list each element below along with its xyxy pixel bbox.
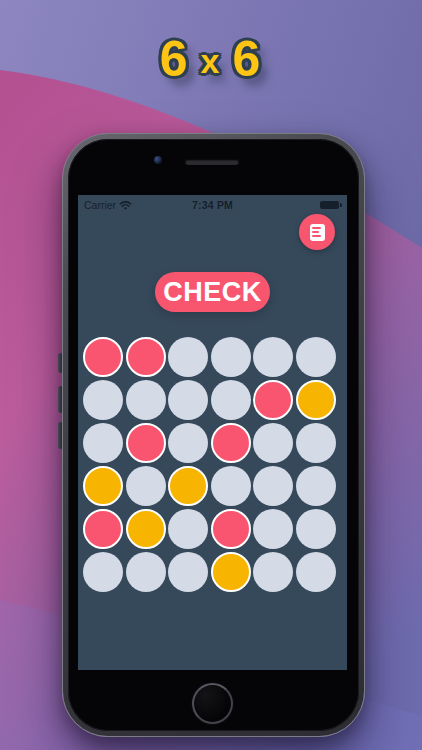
board-cell-r6c5[interactable] (253, 552, 293, 592)
app-screenshot: 6x6 Carrier 7:34 PM (0, 0, 422, 750)
battery-icon (320, 201, 339, 210)
board-cell-r6c3[interactable] (168, 552, 208, 592)
board-cell-r2c3[interactable] (168, 380, 208, 420)
board-cell-r1c6[interactable] (296, 337, 336, 377)
list-note-icon (310, 224, 325, 241)
board-cell-r4c5[interactable] (253, 466, 293, 506)
status-left: Carrier (84, 199, 132, 211)
carrier-label: Carrier (84, 199, 116, 211)
check-button[interactable]: CHECK (155, 272, 270, 312)
rules-menu-button[interactable] (299, 214, 335, 250)
board-cell-r2c5[interactable] (253, 380, 293, 420)
board-cell-r6c2[interactable] (126, 552, 166, 592)
board-cell-r5c6[interactable] (296, 509, 336, 549)
board-cell-r6c6[interactable] (296, 552, 336, 592)
board-cell-r3c3[interactable] (168, 423, 208, 463)
title-right: 6 (232, 31, 262, 87)
board-cell-r5c2[interactable] (126, 509, 166, 549)
board-cell-r1c2[interactable] (126, 337, 166, 377)
board-cell-r2c6[interactable] (296, 380, 336, 420)
board-cell-r1c1[interactable] (83, 337, 123, 377)
board-cell-r1c5[interactable] (253, 337, 293, 377)
board-cell-r4c1[interactable] (83, 466, 123, 506)
board-cell-r3c4[interactable] (211, 423, 251, 463)
board-cell-r3c5[interactable] (253, 423, 293, 463)
status-bar: Carrier 7:34 PM (78, 195, 347, 215)
phone-bezel: Carrier 7:34 PM CHECK (68, 139, 359, 731)
board-cell-r5c5[interactable] (253, 509, 293, 549)
board-cell-r2c2[interactable] (126, 380, 166, 420)
board-cell-r6c1[interactable] (83, 552, 123, 592)
board-cell-r1c4[interactable] (211, 337, 251, 377)
board-cell-r4c6[interactable] (296, 466, 336, 506)
board-cell-r5c4[interactable] (211, 509, 251, 549)
board-cell-r3c6[interactable] (296, 423, 336, 463)
puzzle-board (83, 337, 336, 592)
board-cell-r5c3[interactable] (168, 509, 208, 549)
page-title: 6x6 (0, 30, 422, 88)
board-cell-r5c1[interactable] (83, 509, 123, 549)
phone-frame: Carrier 7:34 PM CHECK (62, 133, 365, 737)
wifi-icon (119, 200, 132, 210)
board-cell-r6c4[interactable] (211, 552, 251, 592)
board-cell-r3c1[interactable] (83, 423, 123, 463)
board-cell-r4c3[interactable] (168, 466, 208, 506)
board-cell-r1c3[interactable] (168, 337, 208, 377)
board-cell-r3c2[interactable] (126, 423, 166, 463)
title-x: x (201, 42, 222, 80)
app-screen: Carrier 7:34 PM CHECK (78, 195, 347, 670)
board-cell-r4c4[interactable] (211, 466, 251, 506)
title-left: 6 (160, 31, 190, 87)
front-camera-icon (154, 156, 162, 164)
home-button[interactable] (192, 683, 233, 724)
board-cell-r2c1[interactable] (83, 380, 123, 420)
earpiece-speaker (185, 159, 239, 165)
board-cell-r4c2[interactable] (126, 466, 166, 506)
board-cell-r2c4[interactable] (211, 380, 251, 420)
